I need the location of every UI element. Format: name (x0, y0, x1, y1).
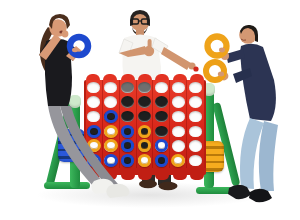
woman-hand-at-mouth (62, 31, 69, 38)
board-cell-r4c6 (170, 124, 187, 139)
board-cell-r4c5 (153, 124, 170, 139)
board-cell-r6c6 (170, 153, 187, 168)
right-man-fingers (219, 48, 225, 53)
scallop (173, 175, 187, 180)
hole (172, 96, 185, 108)
yellow-disc (171, 154, 185, 167)
right-man-sweater (240, 44, 276, 121)
hole (172, 111, 185, 123)
hole (155, 111, 168, 123)
board-cell-r1c5 (153, 80, 170, 95)
board-cell-r5c5 (153, 139, 170, 154)
board-cell-r2c5 (153, 95, 170, 110)
board-cell-r3c6 (170, 109, 187, 124)
center-man-shoe (159, 182, 178, 190)
held-blue-disc (70, 37, 88, 55)
blue-disc (155, 139, 169, 152)
board-cell-r5c6 (170, 139, 187, 154)
player-right-man (198, 22, 298, 207)
woman-sneaker (106, 184, 129, 198)
center-man-forearm (161, 47, 191, 70)
hole (172, 82, 185, 94)
hole (172, 126, 185, 138)
hole (155, 126, 168, 138)
board-cell-r3c5 (153, 109, 170, 124)
right-man-fingers (218, 72, 224, 77)
held-yellow-disc-bottom (206, 62, 224, 80)
board-cell-r6c5 (153, 153, 170, 168)
blue-disc (155, 154, 169, 167)
held-yellow-disc-top (208, 37, 227, 56)
woman-fingers (72, 48, 78, 52)
hole (155, 82, 168, 94)
hole (172, 140, 185, 152)
right-man-jeans-leg (259, 121, 278, 191)
scallop (155, 175, 169, 180)
board-cell-r2c6 (170, 95, 187, 110)
hole (155, 96, 168, 108)
woman-leg (48, 106, 103, 188)
player-left-woman (15, 5, 145, 215)
board-cell-r1c6 (170, 80, 187, 95)
product-photo-scene (0, 0, 300, 220)
